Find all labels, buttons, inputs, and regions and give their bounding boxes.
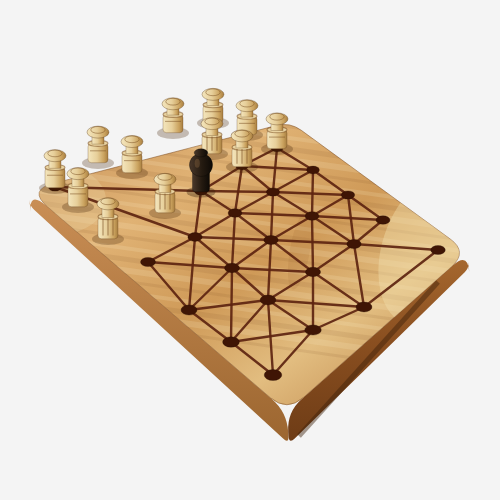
- board-hole-n24[interactable]: [181, 305, 197, 315]
- board-hole-n44[interactable]: [264, 370, 282, 381]
- board-hole-n14[interactable]: [141, 257, 156, 266]
- board-scene: [0, 0, 500, 500]
- board-hole-n20[interactable]: [341, 191, 354, 199]
- board-hole-n21[interactable]: [305, 212, 319, 221]
- board-hole-n42[interactable]: [356, 302, 372, 312]
- board-hole-n43[interactable]: [305, 325, 322, 335]
- board-hole-n13[interactable]: [188, 233, 202, 242]
- board-hole-n31[interactable]: [347, 240, 361, 249]
- board-hole-n12[interactable]: [228, 209, 242, 218]
- board-hole-n23[interactable]: [225, 263, 240, 272]
- board-hole-n32[interactable]: [305, 267, 320, 276]
- board-hole-n11[interactable]: [266, 188, 279, 196]
- board-hole-n10[interactable]: [307, 166, 320, 174]
- board-hole-n30[interactable]: [376, 216, 390, 225]
- board-hole-n33[interactable]: [260, 295, 276, 305]
- board-hole-n22[interactable]: [264, 236, 278, 245]
- photo-stage: [0, 0, 500, 500]
- board-hole-nAR[interactable]: [431, 246, 446, 255]
- board-hole-n34[interactable]: [223, 337, 240, 347]
